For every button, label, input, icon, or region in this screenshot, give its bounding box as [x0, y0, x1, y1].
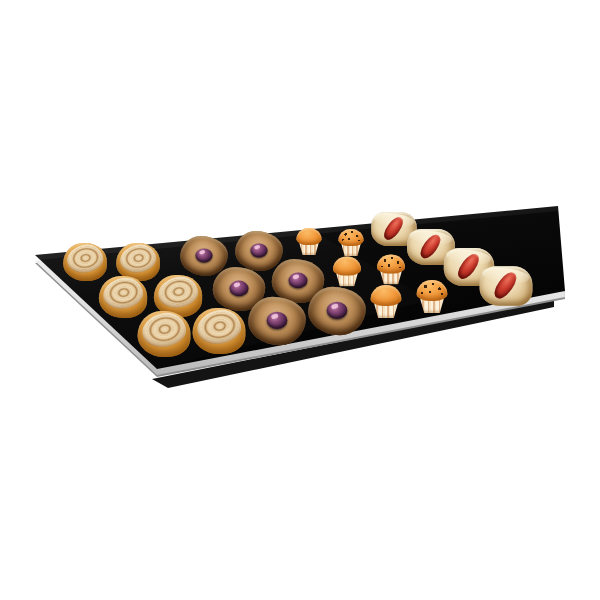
product-photo: [0, 0, 600, 600]
tray-graphic: [0, 0, 600, 600]
